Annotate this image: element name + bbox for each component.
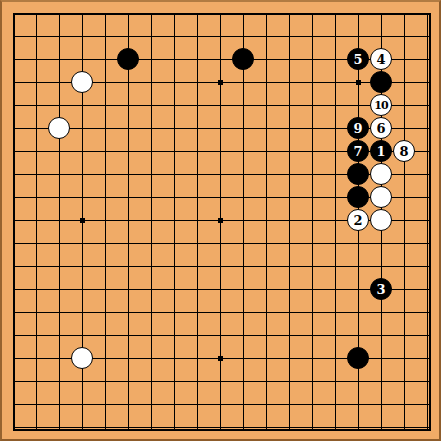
stone-black-move-9: 9 (347, 117, 369, 139)
stone-white-move-6: 6 (370, 117, 392, 139)
stone-black-move-5: 5 (347, 48, 369, 70)
stone-white-move-2: 2 (347, 209, 369, 231)
stone-white-move-4: 4 (370, 48, 392, 70)
stone-black (347, 163, 369, 185)
stone-white (370, 186, 392, 208)
stone-white (48, 117, 70, 139)
stone-black-move-1: 1 (370, 140, 392, 162)
stone-white (71, 71, 93, 93)
stone-layer: 54109671823 (2, 2, 439, 439)
stone-black (232, 48, 254, 70)
stone-white (370, 209, 392, 231)
stone-black (347, 347, 369, 369)
go-board: 54109671823 (0, 0, 441, 441)
stone-white-move-10: 10 (370, 94, 392, 116)
stone-white-move-8: 8 (393, 140, 415, 162)
stone-white (370, 163, 392, 185)
stone-black (117, 48, 139, 70)
stone-white (71, 347, 93, 369)
stone-black-move-7: 7 (347, 140, 369, 162)
stone-black-move-3: 3 (370, 278, 392, 300)
stone-black (347, 186, 369, 208)
stone-black (370, 71, 392, 93)
